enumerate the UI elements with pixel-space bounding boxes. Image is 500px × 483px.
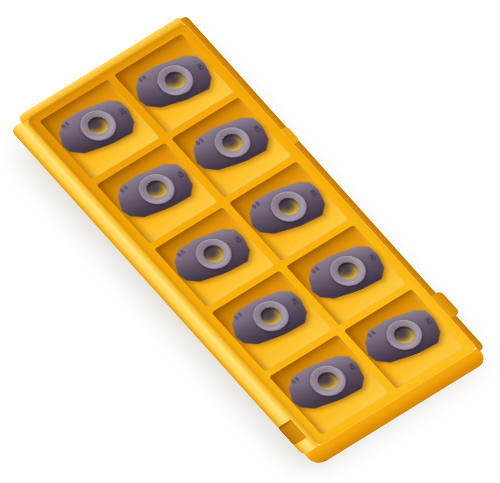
milling-insert: 08 M2 <box>221 285 314 351</box>
insert-hole <box>219 131 247 154</box>
insert-top-face: 08 M2 <box>221 285 314 351</box>
insert-top-face: 08 M2 <box>107 158 200 224</box>
photo-stage: 08 M2 08 M2 08 M2 <box>0 0 500 483</box>
insert-top-face: 08 M2 <box>278 351 371 417</box>
insert-top-face: 08 M2 <box>48 95 141 161</box>
insert-hole <box>143 178 171 201</box>
milling-insert: 08 M2 <box>164 224 257 290</box>
milling-insert: 08 M2 <box>278 351 371 417</box>
insert-top-face: 08 M2 <box>299 240 392 305</box>
insert-hole <box>314 370 342 393</box>
milling-insert: 08 M2 <box>240 177 333 241</box>
product-box: 08 M2 08 M2 08 M2 <box>25 22 478 447</box>
insert-hole <box>391 324 419 347</box>
insert-top-face: 08 M2 <box>240 177 333 241</box>
milling-insert: 08 M2 <box>48 95 141 161</box>
milling-insert: 08 M2 <box>355 305 448 370</box>
milling-insert: 08 M2 <box>107 158 200 224</box>
insert-hole <box>335 259 363 282</box>
milling-insert: 08 M2 <box>126 50 219 114</box>
milling-insert: 08 M2 <box>183 112 276 177</box>
insert-top-face: 08 M2 <box>164 224 257 290</box>
insert-top-face: 08 M2 <box>183 112 276 177</box>
insert-hole <box>257 305 285 328</box>
insert-hole <box>276 195 303 218</box>
insert-top-face: 08 M2 <box>355 305 448 370</box>
milling-insert: 08 M2 <box>299 240 392 305</box>
insert-hole <box>200 243 228 266</box>
insert-hole <box>84 114 112 137</box>
insert-top-face: 08 M2 <box>126 50 219 114</box>
insert-hole <box>162 69 189 92</box>
